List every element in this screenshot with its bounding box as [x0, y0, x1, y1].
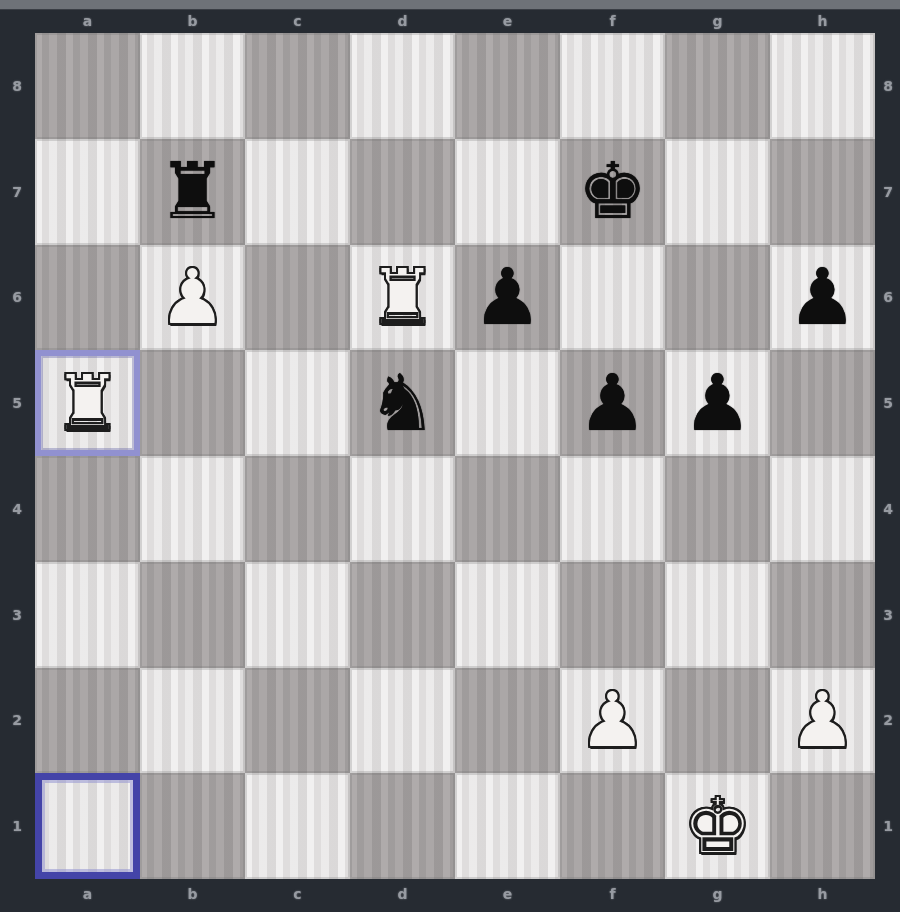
piece-black-knight[interactable]: ♞ — [368, 351, 438, 456]
square-f8[interactable] — [560, 33, 665, 139]
file-label-a: a — [35, 9, 140, 33]
square-c2[interactable] — [245, 668, 350, 774]
rank-label-6: 6 — [0, 245, 34, 351]
square-e1[interactable] — [455, 773, 560, 879]
square-d4[interactable] — [350, 456, 455, 562]
file-label-h: h — [770, 882, 875, 906]
square-g5[interactable]: ♟ — [665, 350, 770, 456]
square-c3[interactable] — [245, 562, 350, 668]
square-d6[interactable]: ♜ — [350, 245, 455, 351]
file-label-b: b — [140, 882, 245, 906]
piece-black-king[interactable]: ♚ — [578, 139, 648, 244]
file-label-c: c — [245, 882, 350, 906]
rank-label-8: 8 — [876, 33, 900, 139]
piece-white-king[interactable]: ♚ — [683, 774, 753, 879]
rank-label-7: 7 — [0, 139, 34, 245]
square-g6[interactable] — [665, 245, 770, 351]
square-f4[interactable] — [560, 456, 665, 562]
square-g2[interactable] — [665, 668, 770, 774]
rank-labels-left: 87654321 — [0, 33, 34, 879]
rank-label-2: 2 — [0, 668, 34, 774]
square-b4[interactable] — [140, 456, 245, 562]
square-e7[interactable] — [455, 139, 560, 245]
piece-black-pawn[interactable]: ♟ — [578, 351, 648, 456]
square-e2[interactable] — [455, 668, 560, 774]
rank-label-4: 4 — [876, 456, 900, 562]
square-f5[interactable]: ♟ — [560, 350, 665, 456]
square-b3[interactable] — [140, 562, 245, 668]
file-label-e: e — [455, 9, 560, 33]
square-b2[interactable] — [140, 668, 245, 774]
square-a3[interactable] — [35, 562, 140, 668]
rank-label-1: 1 — [876, 773, 900, 879]
rank-label-7: 7 — [876, 139, 900, 245]
square-h3[interactable] — [770, 562, 875, 668]
square-g3[interactable] — [665, 562, 770, 668]
file-label-b: b — [140, 9, 245, 33]
square-b8[interactable] — [140, 33, 245, 139]
square-h1[interactable] — [770, 773, 875, 879]
piece-black-pawn[interactable]: ♟ — [683, 351, 753, 456]
square-a2[interactable] — [35, 668, 140, 774]
file-labels-top: abcdefgh — [35, 9, 875, 33]
square-h8[interactable] — [770, 33, 875, 139]
square-a1[interactable] — [35, 773, 140, 879]
square-d7[interactable] — [350, 139, 455, 245]
square-b1[interactable] — [140, 773, 245, 879]
square-d1[interactable] — [350, 773, 455, 879]
rank-label-3: 3 — [876, 562, 900, 668]
square-f7[interactable]: ♚ — [560, 139, 665, 245]
file-label-e: e — [455, 882, 560, 906]
square-a6[interactable] — [35, 245, 140, 351]
square-f3[interactable] — [560, 562, 665, 668]
square-g4[interactable] — [665, 456, 770, 562]
square-a4[interactable] — [35, 456, 140, 562]
file-label-f: f — [560, 9, 665, 33]
square-e4[interactable] — [455, 456, 560, 562]
square-d5[interactable]: ♞ — [350, 350, 455, 456]
square-e3[interactable] — [455, 562, 560, 668]
file-label-c: c — [245, 9, 350, 33]
square-d8[interactable] — [350, 33, 455, 139]
square-f1[interactable] — [560, 773, 665, 879]
square-h4[interactable] — [770, 456, 875, 562]
piece-white-rook[interactable]: ♜ — [368, 245, 438, 350]
file-label-g: g — [665, 9, 770, 33]
square-d2[interactable] — [350, 668, 455, 774]
rank-label-6: 6 — [876, 245, 900, 351]
square-h6[interactable]: ♟ — [770, 245, 875, 351]
rank-label-1: 1 — [0, 773, 34, 879]
square-h5[interactable] — [770, 350, 875, 456]
square-b7[interactable]: ♜ — [140, 139, 245, 245]
piece-white-pawn[interactable]: ♟ — [578, 668, 648, 773]
file-labels-bottom: abcdefgh — [35, 882, 875, 906]
square-e6[interactable]: ♟ — [455, 245, 560, 351]
rank-label-3: 3 — [0, 562, 34, 668]
file-label-h: h — [770, 9, 875, 33]
piece-white-pawn[interactable]: ♟ — [158, 245, 228, 350]
square-c6[interactable] — [245, 245, 350, 351]
piece-black-pawn[interactable]: ♟ — [473, 245, 543, 350]
square-h7[interactable] — [770, 139, 875, 245]
piece-black-rook[interactable]: ♜ — [158, 139, 228, 244]
square-h2[interactable]: ♟ — [770, 668, 875, 774]
file-label-d: d — [350, 882, 455, 906]
rank-label-5: 5 — [876, 350, 900, 456]
rank-label-5: 5 — [0, 350, 34, 456]
rank-label-8: 8 — [0, 33, 34, 139]
square-c7[interactable] — [245, 139, 350, 245]
square-d3[interactable] — [350, 562, 455, 668]
rank-label-4: 4 — [0, 456, 34, 562]
square-b6[interactable]: ♟ — [140, 245, 245, 351]
file-label-a: a — [35, 882, 140, 906]
file-label-d: d — [350, 9, 455, 33]
square-a8[interactable] — [35, 33, 140, 139]
square-f2[interactable]: ♟ — [560, 668, 665, 774]
file-label-f: f — [560, 882, 665, 906]
square-e5[interactable] — [455, 350, 560, 456]
square-c1[interactable] — [245, 773, 350, 879]
square-c5[interactable] — [245, 350, 350, 456]
square-c8[interactable] — [245, 33, 350, 139]
piece-white-rook[interactable]: ♜ — [53, 351, 123, 456]
square-c4[interactable] — [245, 456, 350, 562]
file-label-g: g — [665, 882, 770, 906]
square-f6[interactable] — [560, 245, 665, 351]
square-a5[interactable]: ♜ — [35, 350, 140, 456]
chess-app-window: abcdefgh 87654321 ♜♚♟♜♟♟♜♞♟♟♟♟♚ 87654321… — [0, 0, 900, 912]
rank-labels-right: 87654321 — [876, 33, 900, 879]
square-a7[interactable] — [35, 139, 140, 245]
rank-label-2: 2 — [876, 668, 900, 774]
square-g8[interactable] — [665, 33, 770, 139]
chess-board: ♜♚♟♜♟♟♜♞♟♟♟♟♚ — [35, 33, 875, 879]
piece-white-pawn[interactable]: ♟ — [788, 668, 858, 773]
square-b5[interactable] — [140, 350, 245, 456]
piece-black-pawn[interactable]: ♟ — [788, 245, 858, 350]
square-g1[interactable]: ♚ — [665, 773, 770, 879]
square-e8[interactable] — [455, 33, 560, 139]
square-g7[interactable] — [665, 139, 770, 245]
